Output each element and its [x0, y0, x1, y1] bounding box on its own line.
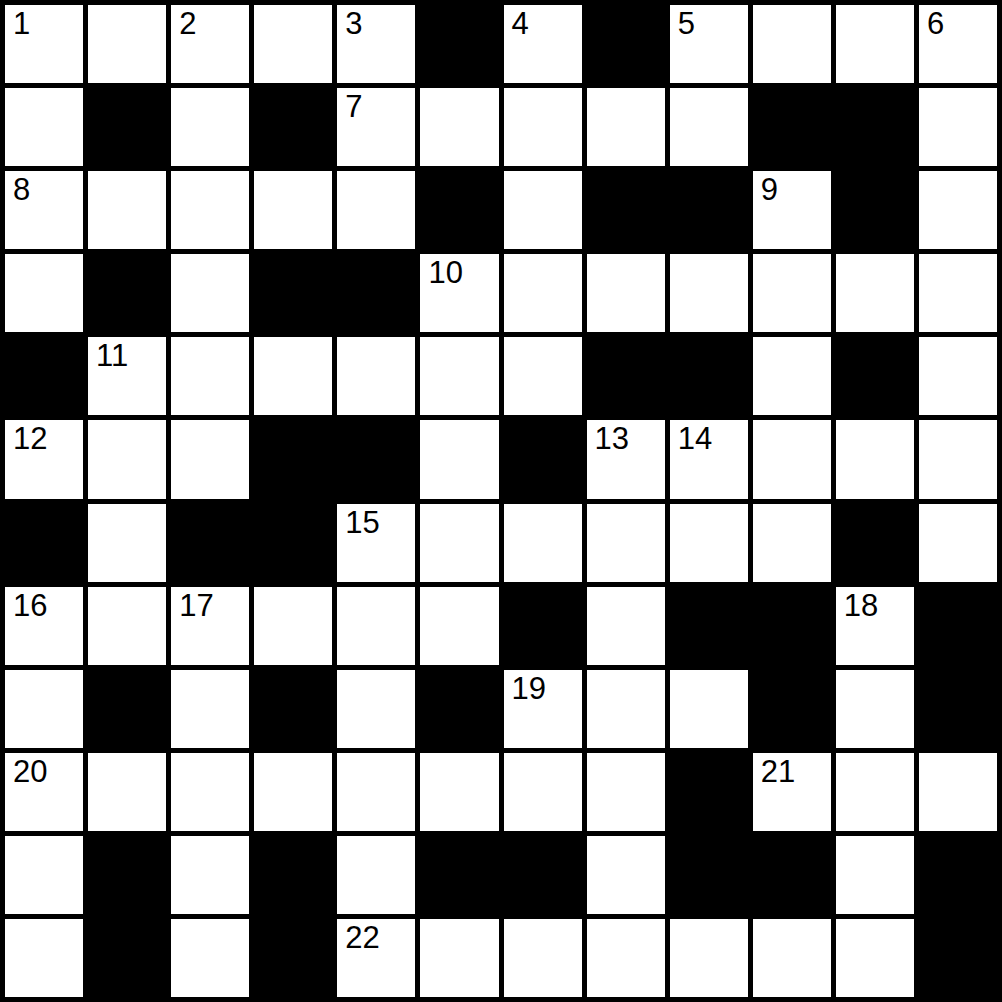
cell-r1c5[interactable]: [420, 88, 498, 166]
cell-r0c8[interactable]: 5: [670, 5, 748, 83]
cell-r9c9[interactable]: 21: [753, 753, 831, 831]
block-cell-r10c11: [919, 836, 997, 914]
clue-number: 20: [13, 754, 47, 790]
cell-r7c1[interactable]: [88, 587, 166, 665]
cell-r4c3[interactable]: [254, 337, 332, 415]
clue-number: 19: [512, 671, 546, 707]
clue-number: 22: [345, 920, 379, 956]
clue-number: 8: [13, 172, 30, 208]
cell-r11c7[interactable]: [587, 919, 665, 997]
cell-r1c0[interactable]: [5, 88, 83, 166]
cell-r6c8[interactable]: [670, 504, 748, 582]
cell-r3c6[interactable]: [504, 254, 582, 332]
cell-r6c9[interactable]: [753, 504, 831, 582]
cell-r8c4[interactable]: [337, 670, 415, 748]
cell-r5c11[interactable]: [919, 420, 997, 498]
clue-number: 7: [345, 89, 362, 125]
block-cell-r2c8: [670, 171, 748, 249]
cell-r6c5[interactable]: [420, 504, 498, 582]
cell-r3c5[interactable]: 10: [420, 254, 498, 332]
block-cell-r6c2: [171, 504, 249, 582]
block-cell-r7c8: [670, 587, 748, 665]
cell-r0c9[interactable]: [753, 5, 831, 83]
block-cell-r3c1: [88, 254, 166, 332]
cell-r9c10[interactable]: [836, 753, 914, 831]
clue-number: 5: [678, 6, 695, 42]
cell-r9c4[interactable]: [337, 753, 415, 831]
cell-r10c10[interactable]: [836, 836, 914, 914]
clue-number: 13: [595, 421, 629, 457]
cell-r6c11[interactable]: [919, 504, 997, 582]
block-cell-r8c9: [753, 670, 831, 748]
cell-r3c11[interactable]: [919, 254, 997, 332]
clue-number: 17: [179, 588, 213, 624]
block-cell-r6c0: [5, 504, 83, 582]
cell-r6c1[interactable]: [88, 504, 166, 582]
cell-r0c4[interactable]: 3: [337, 5, 415, 83]
cell-r10c7[interactable]: [587, 836, 665, 914]
block-cell-r3c4: [337, 254, 415, 332]
cell-r0c6[interactable]: 4: [504, 5, 582, 83]
block-cell-r10c8: [670, 836, 748, 914]
cell-r6c6[interactable]: [504, 504, 582, 582]
clue-number: 1: [13, 6, 30, 42]
cell-r4c1[interactable]: 11: [88, 337, 166, 415]
cell-r9c0[interactable]: 20: [5, 753, 83, 831]
cell-r9c3[interactable]: [254, 753, 332, 831]
block-cell-r7c9: [753, 587, 831, 665]
block-cell-r8c3: [254, 670, 332, 748]
block-cell-r10c9: [753, 836, 831, 914]
cell-r6c4[interactable]: 15: [337, 504, 415, 582]
cell-r8c0[interactable]: [5, 670, 83, 748]
cell-r1c6[interactable]: [504, 88, 582, 166]
cell-r9c6[interactable]: [504, 753, 582, 831]
clue-number: 16: [13, 588, 47, 624]
cell-r5c1[interactable]: [88, 420, 166, 498]
cell-r0c0[interactable]: 1: [5, 5, 83, 83]
block-cell-r0c5: [420, 5, 498, 83]
cell-r1c11[interactable]: [919, 88, 997, 166]
block-cell-r4c10: [836, 337, 914, 415]
block-cell-r5c3: [254, 420, 332, 498]
cell-r8c8[interactable]: [670, 670, 748, 748]
cell-r3c9[interactable]: [753, 254, 831, 332]
cell-r4c2[interactable]: [171, 337, 249, 415]
cell-r9c1[interactable]: [88, 753, 166, 831]
cell-r11c2[interactable]: [171, 919, 249, 997]
block-cell-r6c3: [254, 504, 332, 582]
cell-r10c0[interactable]: [5, 836, 83, 914]
cell-r3c0[interactable]: [5, 254, 83, 332]
cell-r0c11[interactable]: 6: [919, 5, 997, 83]
block-cell-r2c7: [587, 171, 665, 249]
cell-r3c10[interactable]: [836, 254, 914, 332]
cell-r2c1[interactable]: [88, 171, 166, 249]
crossword-board: 12345678910111213141516171819202122: [0, 0, 1002, 1002]
block-cell-r6c10: [836, 504, 914, 582]
clue-number: 3: [345, 6, 362, 42]
cell-r11c6[interactable]: [504, 919, 582, 997]
block-cell-r11c1: [88, 919, 166, 997]
cell-r1c2[interactable]: [171, 88, 249, 166]
block-cell-r8c5: [420, 670, 498, 748]
clue-number: 21: [761, 754, 795, 790]
block-cell-r10c1: [88, 836, 166, 914]
cell-r7c2[interactable]: 17: [171, 587, 249, 665]
block-cell-r10c3: [254, 836, 332, 914]
cell-r5c8[interactable]: 14: [670, 420, 748, 498]
cell-r9c7[interactable]: [587, 753, 665, 831]
cell-r0c3[interactable]: [254, 5, 332, 83]
block-cell-r4c0: [5, 337, 83, 415]
block-cell-r1c10: [836, 88, 914, 166]
clue-number: 10: [428, 255, 462, 291]
cell-r5c7[interactable]: 13: [587, 420, 665, 498]
cell-r4c5[interactable]: [420, 337, 498, 415]
block-cell-r3c3: [254, 254, 332, 332]
block-cell-r10c5: [420, 836, 498, 914]
cell-r8c10[interactable]: [836, 670, 914, 748]
clue-number: 11: [96, 338, 128, 374]
cell-r7c4[interactable]: [337, 587, 415, 665]
clue-number: 14: [678, 421, 712, 457]
clue-number: 18: [844, 588, 878, 624]
block-cell-r2c5: [420, 171, 498, 249]
cell-r5c0[interactable]: 12: [5, 420, 83, 498]
block-cell-r9c8: [670, 753, 748, 831]
cell-r10c2[interactable]: [171, 836, 249, 914]
cell-r7c5[interactable]: [420, 587, 498, 665]
cell-r5c2[interactable]: [171, 420, 249, 498]
clue-number: 4: [512, 6, 529, 42]
block-cell-r11c3: [254, 919, 332, 997]
cell-r11c0[interactable]: [5, 919, 83, 997]
cell-r8c7[interactable]: [587, 670, 665, 748]
cell-r11c5[interactable]: [420, 919, 498, 997]
block-cell-r2c10: [836, 171, 914, 249]
cell-r5c5[interactable]: [420, 420, 498, 498]
cell-r11c4[interactable]: 22: [337, 919, 415, 997]
cell-r11c10[interactable]: [836, 919, 914, 997]
block-cell-r7c6: [504, 587, 582, 665]
cell-r2c0[interactable]: 8: [5, 171, 83, 249]
cell-r1c8[interactable]: [670, 88, 748, 166]
cell-r4c9[interactable]: [753, 337, 831, 415]
cell-r3c2[interactable]: [171, 254, 249, 332]
cell-r4c6[interactable]: [504, 337, 582, 415]
block-cell-r0c7: [587, 5, 665, 83]
block-cell-r5c6: [504, 420, 582, 498]
cell-r0c1[interactable]: [88, 5, 166, 83]
cell-r9c5[interactable]: [420, 753, 498, 831]
cell-r5c10[interactable]: [836, 420, 914, 498]
block-cell-r1c9: [753, 88, 831, 166]
block-cell-r4c7: [587, 337, 665, 415]
cell-r2c9[interactable]: 9: [753, 171, 831, 249]
cell-r3c8[interactable]: [670, 254, 748, 332]
cell-r1c4[interactable]: 7: [337, 88, 415, 166]
cell-r8c2[interactable]: [171, 670, 249, 748]
cell-r3c7[interactable]: [587, 254, 665, 332]
cell-r7c10[interactable]: 18: [836, 587, 914, 665]
cell-r2c11[interactable]: [919, 171, 997, 249]
block-cell-r11c11: [919, 919, 997, 997]
cell-r6c7[interactable]: [587, 504, 665, 582]
clue-number: 9: [761, 172, 778, 208]
block-cell-r8c1: [88, 670, 166, 748]
clue-number: 12: [13, 421, 47, 457]
cell-r2c4[interactable]: [337, 171, 415, 249]
cell-r5c9[interactable]: [753, 420, 831, 498]
cell-r0c10[interactable]: [836, 5, 914, 83]
clue-number: 15: [345, 505, 379, 541]
cell-r10c4[interactable]: [337, 836, 415, 914]
cell-r11c8[interactable]: [670, 919, 748, 997]
cell-r2c2[interactable]: [171, 171, 249, 249]
cell-r7c0[interactable]: 16: [5, 587, 83, 665]
block-cell-r4c8: [670, 337, 748, 415]
cell-r7c3[interactable]: [254, 587, 332, 665]
cell-r4c11[interactable]: [919, 337, 997, 415]
cell-r4c4[interactable]: [337, 337, 415, 415]
block-cell-r10c6: [504, 836, 582, 914]
cell-r2c3[interactable]: [254, 171, 332, 249]
clue-number: 2: [179, 6, 196, 42]
clue-number: 6: [927, 6, 944, 42]
cell-r0c2[interactable]: 2: [171, 5, 249, 83]
cell-r7c7[interactable]: [587, 587, 665, 665]
cell-r11c9[interactable]: [753, 919, 831, 997]
cell-r9c2[interactable]: [171, 753, 249, 831]
block-cell-r5c4: [337, 420, 415, 498]
block-cell-r1c3: [254, 88, 332, 166]
cell-r1c7[interactable]: [587, 88, 665, 166]
cell-r2c6[interactable]: [504, 171, 582, 249]
cell-r9c11[interactable]: [919, 753, 997, 831]
block-cell-r1c1: [88, 88, 166, 166]
cell-r8c6[interactable]: 19: [504, 670, 582, 748]
block-cell-r7c11: [919, 587, 997, 665]
block-cell-r8c11: [919, 670, 997, 748]
